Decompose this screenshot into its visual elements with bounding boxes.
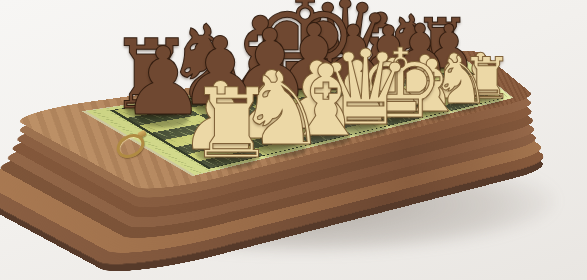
- chess-set-photo: ♜♞♟♝♟♛♟♟♚♟♝♟♜♟♟♞♞♟♟♜♝♟♟♚♟♛♟♝♟♞♟♜: [0, 0, 587, 280]
- drawer-ring-pull: [114, 128, 150, 158]
